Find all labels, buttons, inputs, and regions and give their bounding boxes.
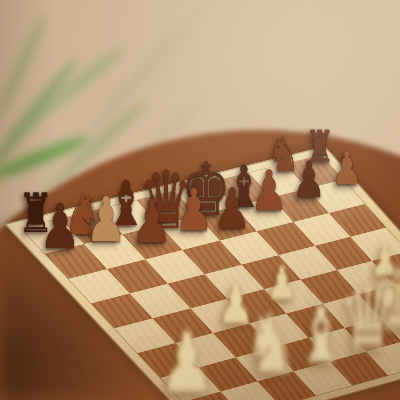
piece-white-queen-d1[interactable]: ♛ <box>338 276 397 364</box>
piece-black-pawn-a7[interactable]: ♟ <box>39 196 81 258</box>
piece-black-pawn-c7[interactable]: ♟ <box>132 191 172 251</box>
piece-black-pawn-g7[interactable]: ♟ <box>292 155 326 205</box>
piece-white-pawn-b2[interactable]: ♟ <box>159 321 215 400</box>
piece-black-pawn-f7[interactable]: ♟ <box>250 163 288 219</box>
piece-black-pawn-e7[interactable]: ♟ <box>213 181 251 237</box>
piece-black-pawn-b7[interactable]: ♟ <box>85 189 127 251</box>
piece-black-pawn-d7[interactable]: ♟ <box>175 181 214 239</box>
photo-scene: ♜♞♝♛♚♝♞♜♟♟♟♟♟♟♟♟♟♟♟♟♞♝♛♚ <box>0 0 400 400</box>
piece-black-pawn-h7[interactable]: ♟ <box>332 145 363 191</box>
pieces-layer: ♜♞♝♛♚♝♞♜♟♟♟♟♟♟♟♟♟♟♟♟♞♝♛♚ <box>0 0 400 400</box>
piece-white-bishop-c1[interactable]: ♝ <box>295 296 347 374</box>
piece-white-knight-b1[interactable]: ♞ <box>243 303 298 385</box>
